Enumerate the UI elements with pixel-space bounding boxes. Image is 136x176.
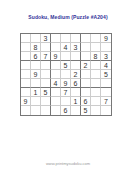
sudoku-cell-r6c8 xyxy=(91,79,101,88)
sudoku-cell-r1c5 xyxy=(61,34,71,43)
sudoku-cell-r1c9: 9 xyxy=(101,34,111,43)
sudoku-cell-r1c4 xyxy=(51,34,61,43)
sudoku-cell-r9c3 xyxy=(41,106,51,115)
sudoku-cell-r1c6 xyxy=(71,34,81,43)
sudoku-cell-r7c5: 7 xyxy=(61,88,71,97)
sudoku-cell-r6c3 xyxy=(41,79,51,88)
sudoku-cell-r4c7: 2 xyxy=(81,61,91,70)
sudoku-cell-r9c8 xyxy=(91,106,101,115)
sudoku-cell-r8c5 xyxy=(61,97,71,106)
sudoku-cell-r2c5: 4 xyxy=(61,43,71,52)
sudoku-cell-r7c7 xyxy=(81,88,91,97)
sudoku-cell-r5c7 xyxy=(81,70,91,79)
sudoku-cell-r4c3 xyxy=(41,61,51,70)
sudoku-cell-r5c6: 2 xyxy=(71,70,81,79)
footer-url: www.printmysudoku.com xyxy=(0,161,136,166)
sudoku-cell-r7c9 xyxy=(101,88,111,97)
sudoku-cell-r6c5: 9 xyxy=(61,79,71,88)
sudoku-cell-r2c8 xyxy=(91,43,101,52)
sudoku-cell-r7c4 xyxy=(51,88,61,97)
sudoku-cell-r5c3 xyxy=(41,70,51,79)
sudoku-cell-r5c5 xyxy=(61,70,71,79)
sudoku-cell-r9c4 xyxy=(51,106,61,115)
sudoku-sheet: Sudoku, Medium (Puzzle #A204) 3984367983… xyxy=(0,0,136,176)
sudoku-cell-r2c6: 3 xyxy=(71,43,81,52)
sudoku-cell-r8c1: 9 xyxy=(21,97,31,106)
sudoku-cell-r2c3 xyxy=(41,43,51,52)
sudoku-cell-r3c3: 7 xyxy=(41,52,51,61)
sudoku-cell-r3c9: 3 xyxy=(101,52,111,61)
sudoku-cell-r6c6: 6 xyxy=(71,79,81,88)
sudoku-cell-r8c6: 1 xyxy=(71,97,81,106)
sudoku-cell-r4c6 xyxy=(71,61,81,70)
sudoku-cell-r9c7: 5 xyxy=(81,106,91,115)
sudoku-cell-r6c9 xyxy=(101,79,111,88)
sudoku-cell-r8c3 xyxy=(41,97,51,106)
sudoku-cell-r2c9 xyxy=(101,43,111,52)
sudoku-cell-r3c4: 9 xyxy=(51,52,61,61)
sudoku-cell-r1c3: 3 xyxy=(41,34,51,43)
sudoku-cell-r4c8 xyxy=(91,61,101,70)
sudoku-cell-r3c5 xyxy=(61,52,71,61)
sudoku-cell-r1c1 xyxy=(21,34,31,43)
sudoku-cell-r9c6 xyxy=(71,106,81,115)
sudoku-cell-r9c9 xyxy=(101,106,111,115)
sudoku-cell-r7c2: 1 xyxy=(31,88,41,97)
sudoku-cell-r5c8 xyxy=(91,70,101,79)
sudoku-cell-r3c7 xyxy=(81,52,91,61)
sudoku-cell-r9c2 xyxy=(31,106,41,115)
page-title: Sudoku, Medium (Puzzle #A204) xyxy=(0,14,136,20)
sudoku-cell-r5c4 xyxy=(51,70,61,79)
sudoku-cell-r5c1 xyxy=(21,70,31,79)
sudoku-cell-r9c5: 6 xyxy=(61,106,71,115)
sudoku-cell-r1c7 xyxy=(81,34,91,43)
sudoku-cell-r2c2: 8 xyxy=(31,43,41,52)
sudoku-cell-r6c1 xyxy=(21,79,31,88)
sudoku-cell-r8c8 xyxy=(91,97,101,106)
sudoku-cell-r2c1 xyxy=(21,43,31,52)
sudoku-cell-r4c1 xyxy=(21,61,31,70)
sudoku-cell-r3c1 xyxy=(21,52,31,61)
sudoku-cell-r8c7: 6 xyxy=(81,97,91,106)
sudoku-cell-r1c8 xyxy=(91,34,101,43)
sudoku-cell-r4c5: 5 xyxy=(61,61,71,70)
sudoku-cell-r7c3: 5 xyxy=(41,88,51,97)
sudoku-cell-r1c2 xyxy=(31,34,41,43)
sudoku-cell-r3c2: 6 xyxy=(31,52,41,61)
sudoku-cell-r7c8 xyxy=(91,88,101,97)
sudoku-cell-r6c4: 4 xyxy=(51,79,61,88)
sudoku-cell-r7c6 xyxy=(71,88,81,97)
sudoku-cell-r2c7 xyxy=(81,43,91,52)
sudoku-cell-r8c9: 7 xyxy=(101,97,111,106)
sudoku-cell-r5c2: 9 xyxy=(31,70,41,79)
sudoku-cell-r4c4 xyxy=(51,61,61,70)
sudoku-cell-r9c1 xyxy=(21,106,31,115)
sudoku-cell-r5c9: 5 xyxy=(101,70,111,79)
sudoku-cell-r4c2 xyxy=(31,61,41,70)
sudoku-cell-r3c8: 8 xyxy=(91,52,101,61)
sudoku-cell-r6c2 xyxy=(31,79,41,88)
sudoku-cell-r2c4 xyxy=(51,43,61,52)
sudoku-cell-r4c9: 4 xyxy=(101,61,111,70)
sudoku-board: 3984367983524925496157916765 xyxy=(20,33,112,116)
sudoku-cell-r6c7 xyxy=(81,79,91,88)
sudoku-cell-r8c2 xyxy=(31,97,41,106)
sudoku-cell-r7c1 xyxy=(21,88,31,97)
sudoku-cell-r3c6 xyxy=(71,52,81,61)
sudoku-cell-r8c4 xyxy=(51,97,61,106)
